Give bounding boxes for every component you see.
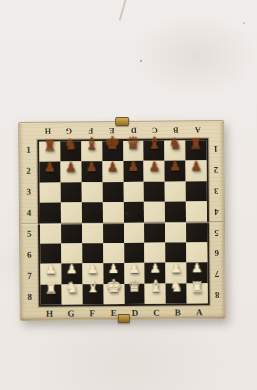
- brown-pawn[interactable]: ♟: [107, 160, 119, 173]
- square-c5[interactable]: [144, 222, 165, 243]
- square-h8[interactable]: ♜: [41, 284, 62, 305]
- square-e3[interactable]: [102, 182, 123, 203]
- file-label: C: [146, 306, 167, 319]
- rank-label: 2: [208, 159, 223, 180]
- cream-pawn[interactable]: ♟: [66, 263, 78, 276]
- brown-pawn[interactable]: ♟: [86, 161, 98, 174]
- square-h5[interactable]: [40, 223, 61, 244]
- wall-speck: [243, 22, 245, 24]
- rank-labels-left: 12345678: [19, 140, 38, 307]
- brown-rook[interactable]: ♜: [189, 137, 203, 152]
- square-g4[interactable]: [61, 202, 82, 223]
- rank-label: 8: [210, 284, 225, 305]
- file-labels-top: HGFEDCBA: [37, 121, 208, 139]
- file-label: E: [103, 306, 124, 319]
- file-label: G: [60, 306, 81, 319]
- rank-label: 3: [20, 181, 38, 202]
- file-label: H: [39, 307, 60, 320]
- cream-knight[interactable]: ♞: [169, 279, 183, 294]
- file-label: F: [81, 306, 102, 319]
- rank-label: 6: [20, 244, 38, 265]
- brown-pawn[interactable]: ♟: [128, 160, 140, 173]
- rank-labels-right: 12345678: [208, 138, 224, 305]
- square-c2[interactable]: ♟: [144, 161, 165, 182]
- square-f4[interactable]: [82, 202, 103, 223]
- photo-background: HGFEDCBA HGFEDCBA 12345678 12345678 ♜♞♝♚…: [0, 0, 257, 390]
- brown-bishop[interactable]: ♝: [147, 136, 161, 152]
- square-b4[interactable]: [165, 202, 186, 223]
- brown-pawn[interactable]: ♟: [169, 160, 181, 173]
- cream-pawn[interactable]: ♟: [108, 262, 120, 275]
- square-a8[interactable]: ♜: [187, 283, 208, 304]
- square-c4[interactable]: [144, 202, 165, 223]
- brown-rook[interactable]: ♜: [43, 139, 57, 154]
- cream-knight[interactable]: ♞: [65, 280, 79, 295]
- wall-streak: [119, 0, 128, 21]
- rank-label: 3: [209, 180, 224, 201]
- debris-speck: [125, 212, 128, 215]
- cream-pawn[interactable]: ♟: [170, 262, 182, 275]
- cream-king[interactable]: ♚: [105, 277, 121, 295]
- square-a2[interactable]: ♟: [186, 161, 207, 182]
- cream-queen[interactable]: ♛: [127, 277, 142, 294]
- brown-pawn[interactable]: ♟: [44, 161, 56, 174]
- rank-label: 5: [20, 223, 38, 244]
- brown-knight[interactable]: ♞: [168, 136, 182, 151]
- cream-bishop[interactable]: ♝: [86, 279, 100, 295]
- square-g5[interactable]: [61, 223, 82, 244]
- square-h4[interactable]: [40, 203, 61, 224]
- chess-board: HGFEDCBA HGFEDCBA 12345678 12345678 ♜♞♝♚…: [18, 120, 226, 321]
- debris-speck: [130, 215, 132, 217]
- square-d3[interactable]: [123, 182, 144, 203]
- brown-pawn[interactable]: ♟: [148, 160, 160, 173]
- cream-pawn[interactable]: ♟: [149, 262, 161, 275]
- brown-queen[interactable]: ♛: [126, 135, 141, 152]
- square-g2[interactable]: ♟: [60, 162, 81, 183]
- cream-pawn[interactable]: ♟: [128, 262, 140, 275]
- brown-bishop[interactable]: ♝: [84, 136, 98, 152]
- cream-rook[interactable]: ♜: [190, 280, 204, 295]
- square-d5[interactable]: [124, 222, 145, 243]
- brown-king[interactable]: ♚: [104, 134, 120, 152]
- square-e2[interactable]: ♟: [102, 161, 123, 182]
- square-c8[interactable]: ♝: [145, 283, 166, 304]
- square-a3[interactable]: [186, 181, 207, 202]
- square-e8[interactable]: ♚: [103, 284, 124, 305]
- cream-bishop[interactable]: ♝: [148, 278, 162, 294]
- rank-label: 6: [209, 242, 224, 263]
- brown-pawn[interactable]: ♟: [190, 160, 202, 173]
- brown-knight[interactable]: ♞: [64, 137, 78, 152]
- square-h3[interactable]: [40, 182, 61, 203]
- square-d2[interactable]: ♟: [123, 161, 144, 182]
- rank-label: 2: [19, 161, 37, 182]
- square-g3[interactable]: [61, 182, 82, 203]
- square-a4[interactable]: [186, 201, 207, 222]
- file-labels-bottom: HGFEDCBA: [39, 305, 210, 319]
- cream-pawn[interactable]: ♟: [45, 263, 57, 276]
- square-c3[interactable]: [144, 181, 165, 202]
- rank-label: 4: [20, 202, 38, 223]
- square-d8[interactable]: ♛: [124, 283, 145, 304]
- square-g8[interactable]: ♞: [61, 284, 82, 305]
- square-h2[interactable]: ♟: [39, 162, 60, 183]
- square-f5[interactable]: [82, 223, 103, 244]
- square-f3[interactable]: [81, 182, 102, 203]
- square-b3[interactable]: [165, 181, 186, 202]
- square-b2[interactable]: ♟: [165, 161, 186, 182]
- rank-label: 1: [19, 140, 37, 161]
- square-e5[interactable]: [103, 222, 124, 243]
- cream-pawn[interactable]: ♟: [191, 262, 203, 275]
- rank-label: 5: [209, 222, 224, 243]
- rank-label: 8: [21, 286, 39, 307]
- square-f8[interactable]: ♝: [82, 284, 103, 305]
- square-b8[interactable]: ♞: [166, 283, 187, 304]
- square-e4[interactable]: [102, 202, 123, 223]
- square-b5[interactable]: [165, 222, 186, 243]
- rank-label: 1: [208, 138, 223, 159]
- cream-pawn[interactable]: ♟: [87, 262, 99, 275]
- rank-label: 7: [20, 265, 38, 286]
- wall-speck: [140, 60, 142, 62]
- file-label: D: [124, 306, 145, 319]
- cream-rook[interactable]: ♜: [44, 281, 58, 296]
- board-grid: ♜♞♝♚♛♝♞♜♟♟♟♟♟♟♟♟♟♟♟♟♟♟♟♟♜♞♝♚♛♝♞♜: [37, 138, 209, 306]
- rank-label: 7: [209, 263, 224, 284]
- brown-pawn[interactable]: ♟: [65, 161, 77, 174]
- rank-label: 4: [209, 201, 224, 222]
- square-f2[interactable]: ♟: [81, 162, 102, 183]
- file-label: B: [167, 305, 188, 318]
- square-a5[interactable]: [186, 222, 207, 243]
- file-label: A: [188, 305, 209, 318]
